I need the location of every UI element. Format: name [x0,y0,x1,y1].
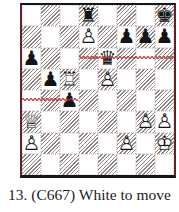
square-e4 [98,90,117,111]
square-f2: ♟♙ [117,133,136,154]
square-g1 [136,154,155,175]
square-b8 [41,5,60,26]
piece-black-king: ♚ [155,5,174,26]
square-h3: ♟♙ [155,111,174,132]
square-f4 [117,90,136,111]
piece-white-pawn: ♟♙ [22,133,41,154]
square-e7 [98,26,117,47]
square-f7: ♟ [117,26,136,47]
square-e1 [98,154,117,175]
piece-white-pawn: ♟♙ [155,111,174,132]
piece-white-pawn: ♟♙ [79,26,98,47]
square-d8: ♜ [79,5,98,26]
piece-white-queen: ♛♕ [22,111,41,132]
piece-black-queen: ♛ [98,48,117,69]
square-e6: ♛ [98,48,117,69]
square-a1 [22,154,41,175]
square-e5: ♟♙ [98,69,117,90]
square-c7 [60,26,79,47]
square-d3 [79,111,98,132]
square-a3: ♛♕ [22,111,41,132]
square-h1 [155,154,174,175]
square-h5 [155,69,174,90]
square-d7: ♟♙ [79,26,98,47]
square-f1 [117,154,136,175]
piece-white-pawn: ♟♙ [117,133,136,154]
square-g8 [136,5,155,26]
piece-white-pawn: ♟♙ [98,69,117,90]
square-g5 [136,69,155,90]
square-b2 [41,133,60,154]
square-a6: ♟ [22,48,41,69]
square-d1 [79,154,98,175]
square-h7: ♟ [155,26,174,47]
square-c6 [60,48,79,69]
piece-white-king: ♚♔ [155,133,174,154]
piece-black-pawn: ♟ [136,26,155,47]
square-d2 [79,133,98,154]
square-b6 [41,48,60,69]
piece-black-pawn: ♟ [41,69,60,90]
square-b3 [41,111,60,132]
square-c8 [60,5,79,26]
piece-black-pawn: ♟ [117,26,136,47]
square-a5 [22,69,41,90]
square-d6 [79,48,98,69]
square-g3: ♟♙ [136,111,155,132]
square-b1 [41,154,60,175]
square-a4 [22,90,41,111]
square-a8 [22,5,41,26]
square-c2 [60,133,79,154]
square-d5 [79,69,98,90]
square-b7 [41,26,60,47]
square-e8 [98,5,117,26]
square-a2: ♟♙ [22,133,41,154]
piece-black-pawn: ♟ [22,48,41,69]
chess-board-frame: ♜♚♟♙♟♟♟♟♛♟♜♖♟♙♟♛♕♟♙♟♙♟♙♟♙♚♔ [20,3,176,178]
square-a7 [22,26,41,47]
square-f5 [117,69,136,90]
piece-white-pawn: ♟♙ [136,111,155,132]
square-c4: ♟ [60,90,79,111]
square-g6 [136,48,155,69]
square-b5: ♟ [41,69,60,90]
square-c1 [60,154,79,175]
square-c3 [60,111,79,132]
square-h8: ♚ [155,5,174,26]
square-h4 [155,90,174,111]
square-e2 [98,133,117,154]
caption: 13. (C667) White to move [0,186,179,204]
piece-black-rook: ♜ [79,5,98,26]
chess-diagram-page: ♜♚♟♙♟♟♟♟♛♟♜♖♟♙♟♛♕♟♙♟♙♟♙♟♙♚♔ 13. (C667) W… [0,0,179,212]
square-g4 [136,90,155,111]
square-h6 [155,48,174,69]
square-f6 [117,48,136,69]
square-b4 [41,90,60,111]
square-f3 [117,111,136,132]
square-g7: ♟ [136,26,155,47]
chess-board: ♜♚♟♙♟♟♟♟♛♟♜♖♟♙♟♛♕♟♙♟♙♟♙♟♙♚♔ [22,5,174,175]
piece-white-rook: ♜♖ [60,69,79,90]
piece-black-pawn: ♟ [155,26,174,47]
square-e3 [98,111,117,132]
square-g2 [136,133,155,154]
piece-black-pawn: ♟ [60,90,79,111]
square-h2: ♚♔ [155,133,174,154]
square-c5: ♜♖ [60,69,79,90]
square-d4 [79,90,98,111]
square-f8 [117,5,136,26]
